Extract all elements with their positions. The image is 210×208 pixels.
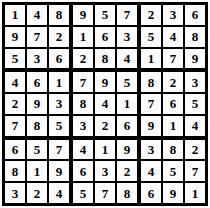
- cell-r8c7[interactable]: 4: [141, 161, 161, 181]
- cell-r4c5[interactable]: 9: [95, 72, 115, 92]
- cell-r8c5[interactable]: 3: [95, 161, 115, 181]
- box-6: 823765914: [141, 72, 205, 135]
- cell-r5c7[interactable]: 7: [141, 94, 161, 114]
- cell-r2c9[interactable]: 8: [185, 27, 205, 47]
- cell-r6c6[interactable]: 6: [117, 116, 137, 136]
- cell-r1c1[interactable]: 1: [5, 5, 25, 25]
- cell-r8c4[interactable]: 6: [73, 161, 93, 181]
- box-4: 461293785: [5, 72, 69, 135]
- cell-r2c5[interactable]: 6: [95, 27, 115, 47]
- cell-r8c2[interactable]: 1: [27, 161, 47, 181]
- cell-r2c1[interactable]: 9: [5, 27, 25, 47]
- cell-r2c6[interactable]: 3: [117, 27, 137, 47]
- cell-r3c9[interactable]: 9: [185, 49, 205, 69]
- cell-r6c1[interactable]: 7: [5, 116, 25, 136]
- cell-r3c7[interactable]: 1: [141, 49, 161, 69]
- box-3: 236548179: [141, 5, 205, 68]
- cell-r1c9[interactable]: 6: [185, 5, 205, 25]
- box-9: 382457691: [141, 140, 205, 203]
- cell-r9c2[interactable]: 2: [27, 183, 47, 203]
- cell-r8c6[interactable]: 2: [117, 161, 137, 181]
- cell-r4c6[interactable]: 5: [117, 72, 137, 92]
- box-2: 957163284: [73, 5, 137, 68]
- cell-r7c3[interactable]: 7: [49, 140, 69, 160]
- cell-r7c8[interactable]: 8: [163, 140, 183, 160]
- cell-r1c6[interactable]: 7: [117, 5, 137, 25]
- cell-r5c2[interactable]: 9: [27, 94, 47, 114]
- cell-r5c9[interactable]: 5: [185, 94, 205, 114]
- cell-r4c3[interactable]: 1: [49, 72, 69, 92]
- cell-r7c4[interactable]: 4: [73, 140, 93, 160]
- box-1: 148972536: [5, 5, 69, 68]
- cell-r7c9[interactable]: 2: [185, 140, 205, 160]
- cell-r5c3[interactable]: 3: [49, 94, 69, 114]
- cell-r7c7[interactable]: 3: [141, 140, 161, 160]
- box-8: 419632578: [73, 140, 137, 203]
- cell-r3c4[interactable]: 2: [73, 49, 93, 69]
- cell-r8c9[interactable]: 7: [185, 161, 205, 181]
- cell-r9c5[interactable]: 7: [95, 183, 115, 203]
- cell-r9c6[interactable]: 8: [117, 183, 137, 203]
- cell-r3c3[interactable]: 6: [49, 49, 69, 69]
- cell-r5c6[interactable]: 1: [117, 94, 137, 114]
- cell-r1c8[interactable]: 3: [163, 5, 183, 25]
- cell-r3c8[interactable]: 7: [163, 49, 183, 69]
- cell-r6c8[interactable]: 1: [163, 116, 183, 136]
- cell-r3c2[interactable]: 3: [27, 49, 47, 69]
- cell-r6c9[interactable]: 4: [185, 116, 205, 136]
- cell-r7c1[interactable]: 6: [5, 140, 25, 160]
- cell-r4c9[interactable]: 3: [185, 72, 205, 92]
- box-5: 795841326: [73, 72, 137, 135]
- cell-r2c8[interactable]: 4: [163, 27, 183, 47]
- cell-r3c1[interactable]: 5: [5, 49, 25, 69]
- cell-r6c4[interactable]: 3: [73, 116, 93, 136]
- cell-r4c4[interactable]: 7: [73, 72, 93, 92]
- box-7: 657819324: [5, 140, 69, 203]
- cell-r1c5[interactable]: 5: [95, 5, 115, 25]
- cell-r8c8[interactable]: 5: [163, 161, 183, 181]
- cell-r1c3[interactable]: 8: [49, 5, 69, 25]
- sudoku-grid: 1489725369571632842365481794612937857958…: [5, 5, 205, 203]
- cell-r2c3[interactable]: 2: [49, 27, 69, 47]
- cell-r4c1[interactable]: 4: [5, 72, 25, 92]
- sudoku-board: 1489725369571632842365481794612937857958…: [0, 0, 210, 208]
- cell-r3c5[interactable]: 8: [95, 49, 115, 69]
- board-frame: 1489725369571632842365481794612937857958…: [2, 2, 208, 206]
- cell-r9c9[interactable]: 1: [185, 183, 205, 203]
- cell-r9c4[interactable]: 5: [73, 183, 93, 203]
- cell-r8c3[interactable]: 9: [49, 161, 69, 181]
- cell-r4c7[interactable]: 8: [141, 72, 161, 92]
- cell-r5c1[interactable]: 2: [5, 94, 25, 114]
- cell-r5c8[interactable]: 6: [163, 94, 183, 114]
- cell-r7c5[interactable]: 1: [95, 140, 115, 160]
- cell-r7c2[interactable]: 5: [27, 140, 47, 160]
- cell-r7c6[interactable]: 9: [117, 140, 137, 160]
- cell-r2c7[interactable]: 5: [141, 27, 161, 47]
- cell-r9c8[interactable]: 9: [163, 183, 183, 203]
- cell-r2c4[interactable]: 1: [73, 27, 93, 47]
- cell-r6c5[interactable]: 2: [95, 116, 115, 136]
- cell-r8c1[interactable]: 8: [5, 161, 25, 181]
- cell-r6c3[interactable]: 5: [49, 116, 69, 136]
- cell-r5c4[interactable]: 8: [73, 94, 93, 114]
- cell-r9c3[interactable]: 4: [49, 183, 69, 203]
- cell-r9c7[interactable]: 6: [141, 183, 161, 203]
- cell-r4c8[interactable]: 2: [163, 72, 183, 92]
- cell-r9c1[interactable]: 3: [5, 183, 25, 203]
- cell-r6c2[interactable]: 8: [27, 116, 47, 136]
- cell-r1c7[interactable]: 2: [141, 5, 161, 25]
- cell-r6c7[interactable]: 9: [141, 116, 161, 136]
- cell-r3c6[interactable]: 4: [117, 49, 137, 69]
- cell-r4c2[interactable]: 6: [27, 72, 47, 92]
- cell-r5c5[interactable]: 4: [95, 94, 115, 114]
- cell-r1c2[interactable]: 4: [27, 5, 47, 25]
- cell-r2c2[interactable]: 7: [27, 27, 47, 47]
- cell-r1c4[interactable]: 9: [73, 5, 93, 25]
